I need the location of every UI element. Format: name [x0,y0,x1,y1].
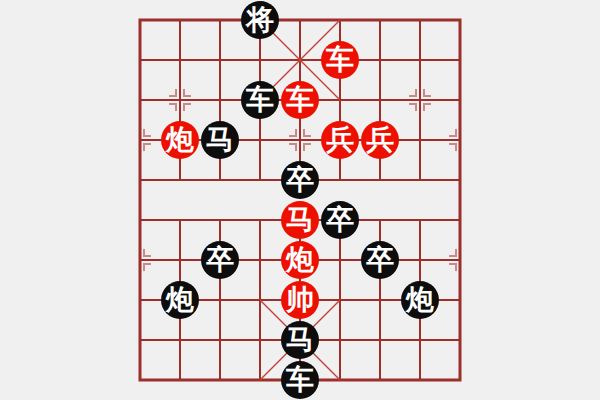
black-horse-1[interactable]: 马 [201,121,239,159]
red-chariot-1[interactable]: 车 [321,41,359,79]
red-general[interactable]: 帅 [281,281,319,319]
black-cannon-1[interactable]: 炮 [161,281,199,319]
pieces-layer: 将车车车炮马兵兵卒马卒卒炮卒炮帅炮马车 [120,0,480,400]
black-horse-2[interactable]: 马 [281,321,319,359]
xiangqi-board: 将车车车炮马兵兵卒马卒卒炮卒炮帅炮马车 [0,0,600,400]
black-general[interactable]: 将 [241,1,279,39]
red-cannon-2[interactable]: 炮 [281,241,319,279]
black-soldier-4[interactable]: 卒 [361,241,399,279]
red-horse-1[interactable]: 马 [281,201,319,239]
red-chariot-2[interactable]: 车 [281,81,319,119]
red-soldier-2[interactable]: 兵 [361,121,399,159]
red-soldier-1[interactable]: 兵 [321,121,359,159]
black-cannon-2[interactable]: 炮 [401,281,439,319]
black-chariot-1[interactable]: 车 [241,81,279,119]
red-cannon-1[interactable]: 炮 [161,121,199,159]
black-soldier-3[interactable]: 卒 [201,241,239,279]
black-soldier-2[interactable]: 卒 [321,201,359,239]
black-chariot-2[interactable]: 车 [281,361,319,399]
black-soldier-1[interactable]: 卒 [281,161,319,199]
